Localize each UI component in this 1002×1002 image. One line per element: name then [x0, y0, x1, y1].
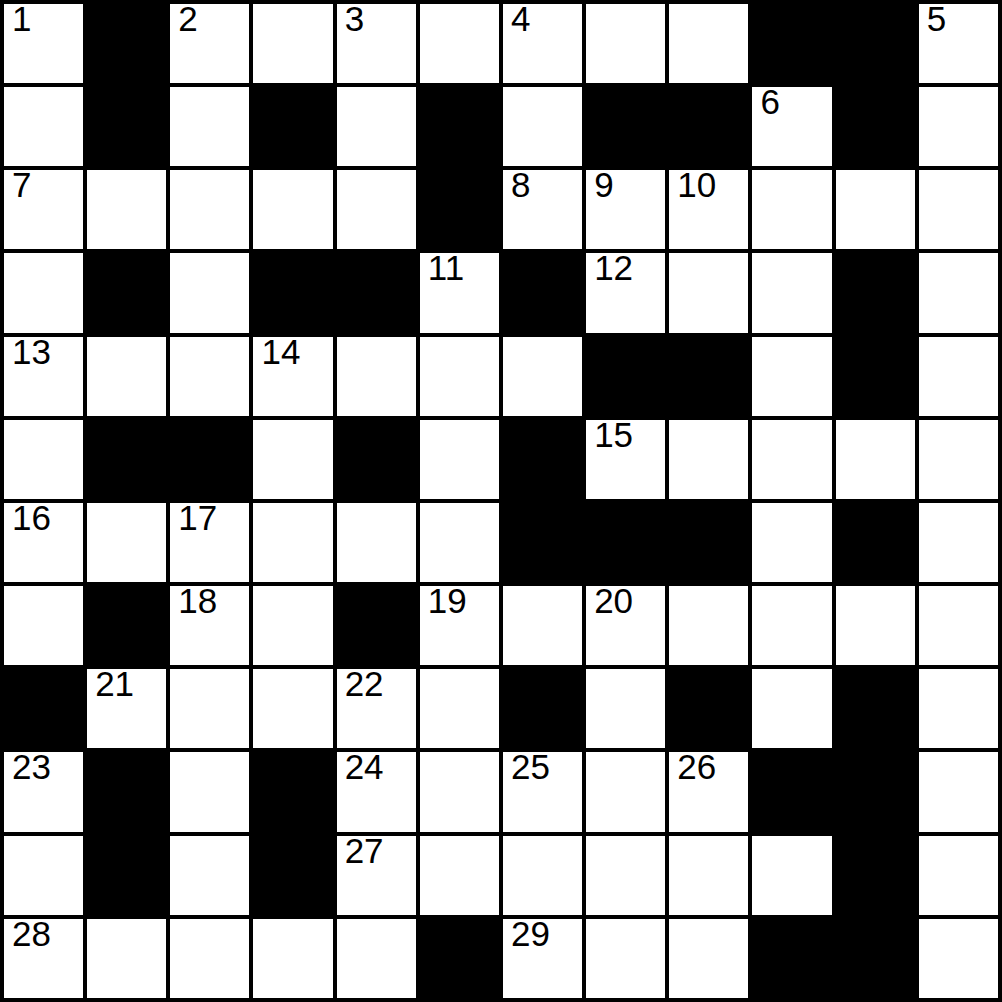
clue-number-16: 16	[12, 500, 51, 535]
block-cell-r5c1	[87, 420, 166, 499]
cell-r2c4[interactable]	[337, 170, 416, 249]
cell-r0c5[interactable]	[420, 4, 499, 83]
cell-r2c6[interactable]: 8	[503, 170, 582, 249]
cell-r0c8[interactable]	[669, 4, 748, 83]
cell-r2c10[interactable]	[836, 170, 915, 249]
clue-number-18: 18	[178, 583, 217, 618]
block-cell-r11c5	[420, 919, 499, 998]
block-cell-r5c2	[170, 420, 249, 499]
cell-r2c0[interactable]: 7	[4, 170, 83, 249]
block-cell-r1c7	[586, 87, 665, 166]
clue-number-14: 14	[261, 334, 300, 369]
cell-r7c0[interactable]	[4, 586, 83, 665]
block-cell-r10c10	[836, 836, 915, 915]
cell-r11c2[interactable]	[170, 919, 249, 998]
block-cell-r11c9	[752, 919, 831, 998]
block-cell-r10c3	[253, 836, 332, 915]
block-cell-r3c1	[87, 253, 166, 332]
block-cell-r10c1	[87, 836, 166, 915]
block-cell-r2c5	[420, 170, 499, 249]
clue-number-29: 29	[511, 916, 550, 951]
cell-r8c9[interactable]	[752, 669, 831, 748]
cell-r6c5[interactable]	[420, 503, 499, 582]
block-cell-r0c9	[752, 4, 831, 83]
block-cell-r7c1	[87, 586, 166, 665]
clue-number-22: 22	[345, 666, 384, 701]
cell-r1c6[interactable]	[503, 87, 582, 166]
cell-r1c11[interactable]	[919, 87, 998, 166]
cell-r2c11[interactable]	[919, 170, 998, 249]
cell-r6c0[interactable]: 16	[4, 503, 83, 582]
cell-r0c4[interactable]: 3	[337, 4, 416, 83]
cell-r6c4[interactable]	[337, 503, 416, 582]
cell-r5c11[interactable]	[919, 420, 998, 499]
block-cell-r3c6	[503, 253, 582, 332]
cell-r10c2[interactable]	[170, 836, 249, 915]
block-cell-r1c1	[87, 87, 166, 166]
cell-r7c5[interactable]: 19	[420, 586, 499, 665]
cell-r2c7[interactable]: 9	[586, 170, 665, 249]
block-cell-r6c7	[586, 503, 665, 582]
block-cell-r9c1	[87, 752, 166, 831]
clue-number-7: 7	[12, 167, 31, 202]
cell-r4c4[interactable]	[337, 337, 416, 416]
cell-r9c7[interactable]	[586, 752, 665, 831]
clue-number-19: 19	[428, 583, 467, 618]
block-cell-r8c8	[669, 669, 748, 748]
cell-r8c5[interactable]	[420, 669, 499, 748]
cell-r3c9[interactable]	[752, 253, 831, 332]
block-cell-r8c0	[4, 669, 83, 748]
clue-number-28: 28	[12, 916, 51, 951]
cell-r11c4[interactable]	[337, 919, 416, 998]
cell-r5c0[interactable]	[4, 420, 83, 499]
cell-r11c1[interactable]	[87, 919, 166, 998]
cell-r1c2[interactable]	[170, 87, 249, 166]
clue-number-11: 11	[428, 250, 464, 285]
cell-r5c9[interactable]	[752, 420, 831, 499]
cell-r2c2[interactable]	[170, 170, 249, 249]
cell-r0c6[interactable]: 4	[503, 4, 582, 83]
cell-r6c2[interactable]: 17	[170, 503, 249, 582]
cell-r5c3[interactable]	[253, 420, 332, 499]
cell-r3c8[interactable]	[669, 253, 748, 332]
cell-r4c5[interactable]	[420, 337, 499, 416]
cell-r3c2[interactable]	[170, 253, 249, 332]
cell-r7c2[interactable]: 18	[170, 586, 249, 665]
cell-r6c9[interactable]	[752, 503, 831, 582]
cell-r4c6[interactable]	[503, 337, 582, 416]
block-cell-r6c8	[669, 503, 748, 582]
clue-number-21: 21	[95, 666, 134, 701]
cell-r2c9[interactable]	[752, 170, 831, 249]
block-cell-r5c6	[503, 420, 582, 499]
cell-r4c11[interactable]	[919, 337, 998, 416]
cell-r1c9[interactable]: 6	[752, 87, 831, 166]
block-cell-r8c10	[836, 669, 915, 748]
clue-number-27: 27	[345, 833, 384, 868]
block-cell-r3c3	[253, 253, 332, 332]
clue-number-26: 26	[677, 749, 716, 784]
cell-r2c8[interactable]: 10	[669, 170, 748, 249]
clue-number-17: 17	[178, 500, 217, 535]
cell-r4c0[interactable]: 13	[4, 337, 83, 416]
cell-r10c8[interactable]	[669, 836, 748, 915]
cell-r11c7[interactable]	[586, 919, 665, 998]
cell-r7c3[interactable]	[253, 586, 332, 665]
cell-r3c5[interactable]: 11	[420, 253, 499, 332]
cell-r7c8[interactable]	[669, 586, 748, 665]
block-cell-r5c4	[337, 420, 416, 499]
block-cell-r6c6	[503, 503, 582, 582]
cell-r7c7[interactable]: 20	[586, 586, 665, 665]
clue-number-1: 1	[12, 1, 31, 36]
cell-r11c6[interactable]: 29	[503, 919, 582, 998]
cell-r1c4[interactable]	[337, 87, 416, 166]
block-cell-r8c6	[503, 669, 582, 748]
clue-number-15: 15	[594, 417, 633, 452]
cell-r6c11[interactable]	[919, 503, 998, 582]
clue-number-4: 4	[511, 1, 530, 36]
cell-r10c0[interactable]	[4, 836, 83, 915]
cell-r8c4[interactable]: 22	[337, 669, 416, 748]
cell-r9c0[interactable]: 23	[4, 752, 83, 831]
clue-number-23: 23	[12, 749, 51, 784]
clue-number-3: 3	[345, 1, 364, 36]
block-cell-r1c10	[836, 87, 915, 166]
cell-r2c3[interactable]	[253, 170, 332, 249]
cell-r11c11[interactable]	[919, 919, 998, 998]
clue-number-20: 20	[594, 583, 633, 618]
block-cell-r6c10	[836, 503, 915, 582]
block-cell-r0c10	[836, 4, 915, 83]
cell-r6c1[interactable]	[87, 503, 166, 582]
block-cell-r4c10	[836, 337, 915, 416]
cell-r10c6[interactable]	[503, 836, 582, 915]
cell-r5c8[interactable]	[669, 420, 748, 499]
cell-r2c1[interactable]	[87, 170, 166, 249]
block-cell-r4c7	[586, 337, 665, 416]
cell-r9c2[interactable]	[170, 752, 249, 831]
cell-r4c9[interactable]	[752, 337, 831, 416]
cell-r11c8[interactable]	[669, 919, 748, 998]
cell-r9c5[interactable]	[420, 752, 499, 831]
cell-r0c2[interactable]: 2	[170, 4, 249, 83]
block-cell-r1c3	[253, 87, 332, 166]
cell-r1c0[interactable]	[4, 87, 83, 166]
block-cell-r7c4	[337, 586, 416, 665]
block-cell-r1c8	[669, 87, 748, 166]
cell-r0c7[interactable]	[586, 4, 665, 83]
block-cell-r9c3	[253, 752, 332, 831]
cell-r3c7[interactable]: 12	[586, 253, 665, 332]
cell-r9c4[interactable]: 24	[337, 752, 416, 831]
cell-r0c11[interactable]: 5	[919, 4, 998, 83]
crossword-board: 1234567891011121314151617181920212223242…	[0, 0, 1002, 1002]
cell-r7c11[interactable]	[919, 586, 998, 665]
clue-number-10: 10	[677, 167, 716, 202]
clue-number-8: 8	[511, 167, 530, 202]
block-cell-r4c8	[669, 337, 748, 416]
clue-number-25: 25	[511, 749, 550, 784]
block-cell-r3c10	[836, 253, 915, 332]
cell-r3c0[interactable]	[4, 253, 83, 332]
clue-number-24: 24	[345, 749, 384, 784]
cell-r5c7[interactable]: 15	[586, 420, 665, 499]
clue-number-2: 2	[178, 1, 197, 36]
cell-r10c11[interactable]	[919, 836, 998, 915]
cell-r10c9[interactable]	[752, 836, 831, 915]
clue-number-13: 13	[12, 334, 51, 369]
cell-r5c5[interactable]	[420, 420, 499, 499]
cell-r4c3[interactable]: 14	[253, 337, 332, 416]
cell-r7c6[interactable]	[503, 586, 582, 665]
block-cell-r9c10	[836, 752, 915, 831]
cell-r8c2[interactable]	[170, 669, 249, 748]
clue-number-9: 9	[594, 167, 613, 202]
block-cell-r3c4	[337, 253, 416, 332]
cell-r11c3[interactable]	[253, 919, 332, 998]
block-cell-r0c1	[87, 4, 166, 83]
cell-r6c3[interactable]	[253, 503, 332, 582]
cell-r8c7[interactable]	[586, 669, 665, 748]
cell-r10c4[interactable]: 27	[337, 836, 416, 915]
cell-r0c3[interactable]	[253, 4, 332, 83]
clue-number-12: 12	[594, 250, 633, 285]
clue-number-6: 6	[760, 84, 779, 119]
cell-r11c0[interactable]: 28	[4, 919, 83, 998]
block-cell-r11c10	[836, 919, 915, 998]
cell-r10c5[interactable]	[420, 836, 499, 915]
cell-r4c1[interactable]	[87, 337, 166, 416]
cell-r10c7[interactable]	[586, 836, 665, 915]
cell-r9c6[interactable]: 25	[503, 752, 582, 831]
cell-r7c9[interactable]	[752, 586, 831, 665]
cell-r8c11[interactable]	[919, 669, 998, 748]
cell-r3c11[interactable]	[919, 253, 998, 332]
cell-r9c11[interactable]	[919, 752, 998, 831]
cell-r5c10[interactable]	[836, 420, 915, 499]
block-cell-r1c5	[420, 87, 499, 166]
cell-r8c3[interactable]	[253, 669, 332, 748]
cell-r4c2[interactable]	[170, 337, 249, 416]
cell-r8c1[interactable]: 21	[87, 669, 166, 748]
cell-r0c0[interactable]: 1	[4, 4, 83, 83]
clue-number-5: 5	[927, 1, 946, 36]
cell-r7c10[interactable]	[836, 586, 915, 665]
cell-r9c8[interactable]: 26	[669, 752, 748, 831]
block-cell-r9c9	[752, 752, 831, 831]
